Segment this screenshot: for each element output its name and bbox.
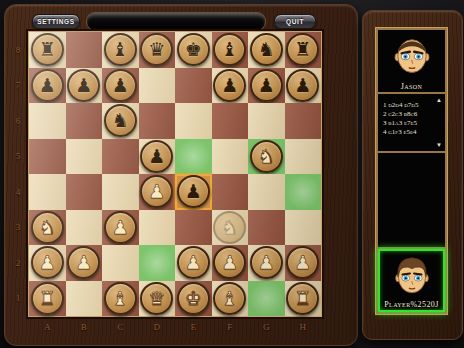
square-a2[interactable]: ♟ — [29, 245, 66, 281]
white-knight-piece[interactable]: ♞ — [31, 211, 64, 244]
square-f4[interactable] — [212, 174, 249, 210]
scroll-up-icon[interactable]: ▲ — [436, 97, 442, 103]
square-b3[interactable] — [66, 210, 103, 246]
player-avatar-image — [389, 252, 435, 298]
white-pawn-glyph: ♟ — [112, 218, 129, 237]
square-d5[interactable]: ♟ — [139, 139, 176, 175]
file-label-b: B — [66, 320, 103, 334]
white-bishop-glyph: ♝ — [221, 289, 238, 308]
opponent-panel: Jason — [378, 30, 445, 92]
black-king-piece[interactable]: ♚ — [177, 33, 210, 66]
file-labels: ABCDEFGH — [29, 320, 321, 334]
quit-button[interactable]: QUIT — [274, 14, 316, 29]
square-a1[interactable]: ♜ — [29, 281, 66, 317]
rank-label-6: 6 — [9, 103, 27, 139]
app-root: SETTINGS QUIT 87654321 ABCDEFGH ♜♝♛♚♝♞♜♟… — [0, 0, 464, 348]
white-king-glyph: ♚ — [185, 289, 202, 308]
square-b6[interactable] — [66, 103, 103, 139]
square-g4[interactable] — [248, 174, 285, 210]
white-pawn-glyph: ♟ — [185, 253, 202, 272]
square-e8[interactable]: ♚ — [175, 32, 212, 68]
black-queen-glyph: ♛ — [148, 40, 165, 59]
square-h3[interactable] — [285, 210, 322, 246]
square-a7[interactable]: ♟ — [29, 68, 66, 104]
square-c6[interactable]: ♞ — [102, 103, 139, 139]
black-rook-piece[interactable]: ♜ — [31, 33, 64, 66]
square-a5[interactable] — [29, 139, 66, 175]
white-king-piece[interactable]: ♚ — [177, 282, 210, 315]
file-label-f: F — [212, 320, 249, 334]
move-row: 4 g1f3 e5e4 — [383, 128, 436, 137]
black-pawn-piece[interactable]: ♟ — [286, 69, 319, 102]
white-pawn-piece[interactable]: ♟ — [67, 246, 100, 279]
move-row: 3 b1a3 e7e5 — [383, 119, 436, 128]
rank-label-7: 7 — [9, 68, 27, 104]
black-knight-glyph: ♞ — [258, 40, 275, 59]
black-pawn-piece[interactable]: ♟ — [213, 69, 246, 102]
black-pawn-glyph: ♟ — [112, 76, 129, 95]
square-b2[interactable]: ♟ — [66, 245, 103, 281]
white-pawn-glyph: ♟ — [258, 253, 275, 272]
move-list: 1 d2d4 d7d52 c2c3 b8c63 b1a3 e7e54 g1f3 … — [383, 101, 436, 137]
square-c5[interactable] — [102, 139, 139, 175]
square-h4[interactable] — [285, 174, 322, 210]
square-h8[interactable]: ♜ — [285, 32, 322, 68]
black-pawn-glyph: ♟ — [221, 76, 238, 95]
message-bar — [86, 12, 266, 31]
square-h1[interactable]: ♜ — [285, 281, 322, 317]
square-g2[interactable]: ♟ — [248, 245, 285, 281]
square-d3[interactable] — [139, 210, 176, 246]
board-frame: ♜♝♛♚♝♞♜♟♟♟♟♟♟♞♟♞♟♟♞♟♞♟♟♟♟♟♟♜♝♛♚♝♜ — [28, 31, 322, 317]
rank-label-5: 5 — [9, 139, 27, 175]
blank-panel — [378, 153, 445, 247]
square-c7[interactable]: ♟ — [102, 68, 139, 104]
black-pawn-glyph: ♟ — [294, 76, 311, 95]
black-pawn-glyph: ♟ — [39, 76, 56, 95]
black-bishop-piece[interactable]: ♝ — [104, 33, 137, 66]
file-label-h: H — [285, 320, 322, 334]
square-h2[interactable]: ♟ — [285, 245, 322, 281]
square-d7[interactable] — [139, 68, 176, 104]
black-bishop-piece[interactable]: ♝ — [213, 33, 246, 66]
file-label-a: A — [29, 320, 66, 334]
black-pawn-piece[interactable]: ♟ — [104, 69, 137, 102]
square-a8[interactable]: ♜ — [29, 32, 66, 68]
square-a6[interactable] — [29, 103, 66, 139]
square-h5[interactable] — [285, 139, 322, 175]
sidebar-frame: Jason ▲ 1 d2d4 d7d52 c2c3 b8c63 b1a3 e7e… — [375, 27, 448, 315]
black-pawn-piece[interactable]: ♟ — [31, 69, 64, 102]
square-f7[interactable]: ♟ — [212, 68, 249, 104]
square-b1[interactable] — [66, 281, 103, 317]
white-rook-glyph: ♜ — [294, 289, 311, 308]
square-e1[interactable]: ♚ — [175, 281, 212, 317]
square-e6[interactable] — [175, 103, 212, 139]
square-d2[interactable] — [139, 245, 176, 281]
black-pawn-piece[interactable]: ♟ — [250, 69, 283, 102]
square-a4[interactable] — [29, 174, 66, 210]
rank-label-4: 4 — [9, 174, 27, 210]
black-pawn-glyph: ♟ — [75, 76, 92, 95]
white-pawn-piece[interactable]: ♟ — [250, 246, 283, 279]
black-pawn-piece[interactable]: ♟ — [177, 175, 210, 208]
white-pawn-piece[interactable]: ♟ — [177, 246, 210, 279]
rank-labels: 87654321 — [9, 32, 27, 316]
white-rook-piece[interactable]: ♜ — [286, 282, 319, 315]
white-bishop-glyph: ♝ — [112, 289, 129, 308]
square-g3[interactable] — [248, 210, 285, 246]
square-c4[interactable] — [102, 174, 139, 210]
square-h7[interactable]: ♟ — [285, 68, 322, 104]
square-b8[interactable] — [66, 32, 103, 68]
white-rook-piece[interactable]: ♜ — [31, 282, 64, 315]
black-knight-glyph: ♞ — [112, 111, 129, 130]
square-e4[interactable]: ♟ — [175, 174, 212, 210]
board-grid: ♜♝♛♚♝♞♜♟♟♟♟♟♟♞♟♞♟♟♞♟♞♟♟♟♟♟♟♜♝♛♚♝♜ — [29, 32, 321, 316]
white-knight-glyph: ♞ — [258, 147, 275, 166]
square-d6[interactable] — [139, 103, 176, 139]
white-pawn-piece[interactable]: ♟ — [31, 246, 64, 279]
white-knight-glyph: ♞ — [39, 218, 56, 237]
black-rook-glyph: ♜ — [294, 40, 311, 59]
player-panel: Player%2520J — [378, 249, 445, 312]
square-h6[interactable] — [285, 103, 322, 139]
white-bishop-piece[interactable]: ♝ — [213, 282, 246, 315]
square-f8[interactable]: ♝ — [212, 32, 249, 68]
white-pawn-piece[interactable]: ♟ — [104, 211, 137, 244]
rank-label-3: 3 — [9, 210, 27, 246]
square-b5[interactable] — [66, 139, 103, 175]
opponent-avatar-image — [388, 31, 436, 79]
black-pawn-glyph: ♟ — [258, 76, 275, 95]
file-label-e: E — [175, 320, 212, 334]
rank-label-2: 2 — [9, 245, 27, 281]
opponent-name-label: Jason — [378, 82, 445, 91]
white-pawn-glyph: ♟ — [148, 182, 165, 201]
black-queen-piece[interactable]: ♛ — [140, 33, 173, 66]
square-g6[interactable] — [248, 103, 285, 139]
square-c3[interactable]: ♟ — [102, 210, 139, 246]
black-pawn-glyph: ♟ — [185, 182, 202, 201]
square-f2[interactable]: ♟ — [212, 245, 249, 281]
chess-board-plaque: SETTINGS QUIT 87654321 ABCDEFGH ♜♝♛♚♝♞♜♟… — [4, 4, 358, 346]
square-f6[interactable] — [212, 103, 249, 139]
white-pawn-piece[interactable]: ♟ — [140, 175, 173, 208]
rank-label-1: 1 — [9, 281, 27, 317]
black-pawn-piece[interactable]: ♟ — [67, 69, 100, 102]
black-rook-piece[interactable]: ♜ — [286, 33, 319, 66]
square-e2[interactable]: ♟ — [175, 245, 212, 281]
square-e7[interactable] — [175, 68, 212, 104]
white-queen-glyph: ♛ — [148, 289, 165, 308]
square-g7[interactable]: ♟ — [248, 68, 285, 104]
white-knight-glyph: ♞ — [221, 218, 238, 237]
ghost-white-knight-piece: ♞ — [213, 211, 246, 244]
white-pawn-glyph: ♟ — [221, 253, 238, 272]
square-c2[interactable] — [102, 245, 139, 281]
move-list-panel[interactable]: ▲ 1 d2d4 d7d52 c2c3 b8c63 b1a3 e7e54 g1f… — [378, 94, 445, 151]
black-king-glyph: ♚ — [185, 40, 202, 59]
file-label-g: G — [248, 320, 285, 334]
settings-button[interactable]: SETTINGS — [32, 14, 80, 29]
white-knight-piece[interactable]: ♞ — [250, 140, 283, 173]
sidebar-plaque: Jason ▲ 1 d2d4 d7d52 c2c3 b8c63 b1a3 e7e… — [362, 10, 463, 340]
white-bishop-piece[interactable]: ♝ — [104, 282, 137, 315]
square-g5[interactable]: ♞ — [248, 139, 285, 175]
square-c1[interactable]: ♝ — [102, 281, 139, 317]
move-row: 1 d2d4 d7d5 — [383, 101, 436, 110]
square-g1[interactable] — [248, 281, 285, 317]
square-g8[interactable]: ♞ — [248, 32, 285, 68]
black-bishop-glyph: ♝ — [112, 40, 129, 59]
player-name-label: Player%2520J — [380, 300, 443, 309]
white-queen-piece[interactable]: ♛ — [140, 282, 173, 315]
move-row: 2 c2c3 b8c6 — [383, 110, 436, 119]
square-e3[interactable] — [175, 210, 212, 246]
black-knight-piece[interactable]: ♞ — [104, 104, 137, 137]
square-f3[interactable]: ♞ — [212, 210, 249, 246]
white-pawn-glyph: ♟ — [39, 253, 56, 272]
white-pawn-glyph: ♟ — [294, 253, 311, 272]
black-pawn-glyph: ♟ — [148, 147, 165, 166]
black-pawn-piece[interactable]: ♟ — [140, 140, 173, 173]
square-b7[interactable]: ♟ — [66, 68, 103, 104]
square-d4[interactable]: ♟ — [139, 174, 176, 210]
file-label-d: D — [139, 320, 176, 334]
square-a3[interactable]: ♞ — [29, 210, 66, 246]
scroll-down-icon[interactable]: ▼ — [436, 142, 442, 148]
white-pawn-glyph: ♟ — [75, 253, 92, 272]
square-f5[interactable] — [212, 139, 249, 175]
black-knight-piece[interactable]: ♞ — [250, 33, 283, 66]
square-f1[interactable]: ♝ — [212, 281, 249, 317]
white-pawn-piece[interactable]: ♟ — [286, 246, 319, 279]
square-c8[interactable]: ♝ — [102, 32, 139, 68]
file-label-c: C — [102, 320, 139, 334]
square-d1[interactable]: ♛ — [139, 281, 176, 317]
black-rook-glyph: ♜ — [39, 40, 56, 59]
square-b4[interactable] — [66, 174, 103, 210]
square-e5[interactable] — [175, 139, 212, 175]
rank-label-8: 8 — [9, 32, 27, 68]
white-rook-glyph: ♜ — [39, 289, 56, 308]
white-pawn-piece[interactable]: ♟ — [213, 246, 246, 279]
square-d8[interactable]: ♛ — [139, 32, 176, 68]
black-bishop-glyph: ♝ — [221, 40, 238, 59]
